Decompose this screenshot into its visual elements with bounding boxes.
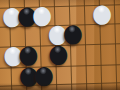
go-board[interactable]: ●●●●●●●●●●●: [0, 0, 120, 90]
stone-highlight: [40, 68, 47, 75]
black-stone[interactable]: ●: [36, 64, 53, 84]
stone-highlight: [53, 26, 60, 33]
stone-highlight: [68, 26, 75, 33]
go-game-screenshot: ●●●●●●●●●●●: [0, 0, 120, 90]
stone-highlight: [38, 8, 45, 15]
stone-highlight: [25, 68, 32, 75]
stone-highlight: [54, 46, 61, 53]
stone-highlight: [23, 8, 30, 15]
stone-highlight: [9, 48, 16, 55]
stone-highlight: [24, 47, 31, 54]
stone-highlight: [8, 9, 15, 16]
white-stone[interactable]: ●: [94, 3, 111, 23]
grid-line-vertical-8: [113, 0, 117, 90]
stone-highlight: [98, 6, 105, 13]
